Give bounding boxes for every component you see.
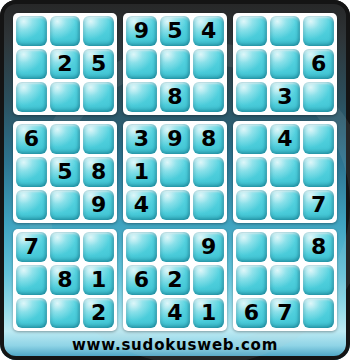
cell-r1c3[interactable] <box>83 16 114 46</box>
cell-r7c4[interactable] <box>126 232 157 262</box>
box-3: 63 <box>233 13 337 115</box>
cell-r5c5[interactable] <box>160 157 191 187</box>
cell-r4c7[interactable] <box>236 124 267 154</box>
cell-r2c8[interactable] <box>270 49 301 79</box>
box-7: 7812 <box>13 229 117 331</box>
cell-r3c6[interactable] <box>193 82 224 112</box>
cell-r2c7[interactable] <box>236 49 267 79</box>
cell-r2c9[interactable]: 6 <box>303 49 334 79</box>
cell-r8c2[interactable]: 8 <box>50 265 81 295</box>
cell-r3c7[interactable] <box>236 82 267 112</box>
cell-r6c1[interactable] <box>16 190 47 220</box>
cell-r4c8[interactable]: 4 <box>270 124 301 154</box>
cell-r3c2[interactable] <box>50 82 81 112</box>
sudoku-board: 2595486365893981447781296241867 <box>13 13 337 331</box>
box-1: 25 <box>13 13 117 115</box>
cell-r8c8[interactable] <box>270 265 301 295</box>
box-6: 47 <box>233 121 337 223</box>
cell-r9c5[interactable]: 4 <box>160 298 191 328</box>
box-4: 6589 <box>13 121 117 223</box>
cell-r4c2[interactable] <box>50 124 81 154</box>
cell-r3c5[interactable]: 8 <box>160 82 191 112</box>
cell-r5c8[interactable] <box>270 157 301 187</box>
cell-r6c2[interactable] <box>50 190 81 220</box>
cell-r6c4[interactable]: 4 <box>126 190 157 220</box>
cell-r9c8[interactable]: 7 <box>270 298 301 328</box>
box-2: 9548 <box>123 13 227 115</box>
cell-r5c1[interactable] <box>16 157 47 187</box>
cell-r7c2[interactable] <box>50 232 81 262</box>
cell-r7c7[interactable] <box>236 232 267 262</box>
cell-r6c9[interactable]: 7 <box>303 190 334 220</box>
cell-r2c3[interactable]: 5 <box>83 49 114 79</box>
cell-r7c6[interactable]: 9 <box>193 232 224 262</box>
cell-r5c6[interactable] <box>193 157 224 187</box>
cell-r1c4[interactable]: 9 <box>126 16 157 46</box>
box-8: 96241 <box>123 229 227 331</box>
website-url-text: www.sudokusweb.com <box>72 336 278 354</box>
cell-r4c3[interactable] <box>83 124 114 154</box>
cell-r3c1[interactable] <box>16 82 47 112</box>
cell-r1c6[interactable]: 4 <box>193 16 224 46</box>
cell-r9c4[interactable] <box>126 298 157 328</box>
cell-r6c8[interactable] <box>270 190 301 220</box>
box-5: 39814 <box>123 121 227 223</box>
footer: www.sudokusweb.com <box>13 331 337 360</box>
cell-r1c2[interactable] <box>50 16 81 46</box>
cell-r6c7[interactable] <box>236 190 267 220</box>
cell-r9c2[interactable] <box>50 298 81 328</box>
cell-r1c8[interactable] <box>270 16 301 46</box>
cell-r8c1[interactable] <box>16 265 47 295</box>
box-9: 867 <box>233 229 337 331</box>
cell-r4c1[interactable]: 6 <box>16 124 47 154</box>
cell-r2c4[interactable] <box>126 49 157 79</box>
cell-r1c5[interactable]: 5 <box>160 16 191 46</box>
cell-r7c8[interactable] <box>270 232 301 262</box>
cell-r8c5[interactable]: 2 <box>160 265 191 295</box>
cell-r9c1[interactable] <box>16 298 47 328</box>
cell-r5c3[interactable]: 8 <box>83 157 114 187</box>
cell-r3c3[interactable] <box>83 82 114 112</box>
cell-r4c9[interactable] <box>303 124 334 154</box>
cell-r2c2[interactable]: 2 <box>50 49 81 79</box>
cell-r3c9[interactable] <box>303 82 334 112</box>
cell-r4c5[interactable]: 9 <box>160 124 191 154</box>
cell-r7c3[interactable] <box>83 232 114 262</box>
cell-r2c1[interactable] <box>16 49 47 79</box>
cell-r9c3[interactable]: 2 <box>83 298 114 328</box>
cell-r3c8[interactable]: 3 <box>270 82 301 112</box>
cell-r6c5[interactable] <box>160 190 191 220</box>
cell-r3c4[interactable] <box>126 82 157 112</box>
cell-r5c9[interactable] <box>303 157 334 187</box>
cell-r6c3[interactable]: 9 <box>83 190 114 220</box>
cell-r1c1[interactable] <box>16 16 47 46</box>
cell-r7c1[interactable]: 7 <box>16 232 47 262</box>
cell-r1c7[interactable] <box>236 16 267 46</box>
cell-r8c7[interactable] <box>236 265 267 295</box>
cell-r6c6[interactable] <box>193 190 224 220</box>
cell-r9c9[interactable] <box>303 298 334 328</box>
cell-r8c6[interactable] <box>193 265 224 295</box>
cell-r4c6[interactable]: 8 <box>193 124 224 154</box>
cell-r8c3[interactable]: 1 <box>83 265 114 295</box>
cell-r8c4[interactable]: 6 <box>126 265 157 295</box>
cell-r8c9[interactable] <box>303 265 334 295</box>
cell-r7c5[interactable] <box>160 232 191 262</box>
cell-r7c9[interactable]: 8 <box>303 232 334 262</box>
cell-r9c7[interactable]: 6 <box>236 298 267 328</box>
cell-r5c4[interactable]: 1 <box>126 157 157 187</box>
cell-r5c7[interactable] <box>236 157 267 187</box>
cell-r2c6[interactable] <box>193 49 224 79</box>
cell-r2c5[interactable] <box>160 49 191 79</box>
sudoku-widget: 2595486365893981447781296241867 www.sudo… <box>0 0 350 360</box>
cell-r5c2[interactable]: 5 <box>50 157 81 187</box>
cell-r4c4[interactable]: 3 <box>126 124 157 154</box>
cell-r1c9[interactable] <box>303 16 334 46</box>
cell-r9c6[interactable]: 1 <box>193 298 224 328</box>
